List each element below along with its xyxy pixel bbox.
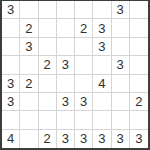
empty-cell-r1c4[interactable]	[57, 1, 75, 19]
clue-cell-r5c2: 2	[20, 75, 38, 93]
empty-cell-r8c2[interactable]	[20, 130, 38, 148]
clue-cell-r3c6: 3	[93, 38, 111, 56]
clue-cell-r4c4: 3	[57, 56, 75, 74]
empty-cell-r5c8[interactable]	[130, 75, 148, 93]
empty-cell-r4c5[interactable]	[75, 56, 93, 74]
clue-cell-r2c2: 2	[20, 19, 38, 37]
clue-cell-r6c5: 3	[75, 93, 93, 111]
empty-cell-r7c1[interactable]	[2, 111, 20, 129]
empty-cell-r2c8[interactable]	[130, 19, 148, 37]
clue-cell-r2c5: 2	[75, 19, 93, 37]
empty-cell-r7c3[interactable]	[39, 111, 57, 129]
empty-cell-r5c3[interactable]	[39, 75, 57, 93]
empty-cell-r3c8[interactable]	[130, 38, 148, 56]
empty-cell-r1c6[interactable]	[93, 1, 111, 19]
empty-cell-r6c7[interactable]	[112, 93, 130, 111]
empty-cell-r6c2[interactable]	[20, 93, 38, 111]
clue-cell-r3c2: 3	[20, 38, 38, 56]
clue-cell-r1c1: 3	[2, 1, 20, 19]
clue-cell-r6c1: 3	[2, 93, 20, 111]
empty-cell-r7c7[interactable]	[112, 111, 130, 129]
clue-cell-r6c8: 2	[130, 93, 148, 111]
empty-cell-r4c6[interactable]	[93, 56, 111, 74]
clue-cell-r1c7: 3	[112, 1, 130, 19]
clue-cell-r2c6: 3	[93, 19, 111, 37]
empty-cell-r1c3[interactable]	[39, 1, 57, 19]
empty-cell-r5c7[interactable]	[112, 75, 130, 93]
empty-cell-r2c3[interactable]	[39, 19, 57, 37]
clue-cell-r8c6: 3	[93, 130, 111, 148]
empty-cell-r7c6[interactable]	[93, 111, 111, 129]
empty-cell-r2c4[interactable]	[57, 19, 75, 37]
clue-cell-r4c7: 3	[112, 56, 130, 74]
empty-cell-r6c3[interactable]	[39, 93, 57, 111]
empty-cell-r2c7[interactable]	[112, 19, 130, 37]
clue-cell-r8c5: 3	[75, 130, 93, 148]
clue-cell-r6c4: 3	[57, 93, 75, 111]
empty-cell-r5c4[interactable]	[57, 75, 75, 93]
empty-cell-r7c5[interactable]	[75, 111, 93, 129]
clue-cell-r4c3: 2	[39, 56, 57, 74]
empty-cell-r7c4[interactable]	[57, 111, 75, 129]
empty-cell-r5c5[interactable]	[75, 75, 93, 93]
clue-cell-r8c4: 3	[57, 130, 75, 148]
puzzle-board: 332233323332433324233333	[0, 0, 150, 150]
empty-cell-r2c1[interactable]	[2, 19, 20, 37]
empty-cell-r3c5[interactable]	[75, 38, 93, 56]
empty-cell-r3c4[interactable]	[57, 38, 75, 56]
clue-cell-r8c1: 4	[2, 130, 20, 148]
clue-cell-r8c8: 3	[130, 130, 148, 148]
empty-cell-r1c8[interactable]	[130, 1, 148, 19]
empty-cell-r6c6[interactable]	[93, 93, 111, 111]
clue-cell-r5c1: 3	[2, 75, 20, 93]
clue-cell-r5c6: 4	[93, 75, 111, 93]
empty-cell-r4c2[interactable]	[20, 56, 38, 74]
clue-cell-r8c7: 3	[112, 130, 130, 148]
empty-cell-r4c8[interactable]	[130, 56, 148, 74]
empty-cell-r3c1[interactable]	[2, 38, 20, 56]
empty-cell-r3c3[interactable]	[39, 38, 57, 56]
empty-cell-r4c1[interactable]	[2, 56, 20, 74]
empty-cell-r1c5[interactable]	[75, 1, 93, 19]
empty-cell-r3c7[interactable]	[112, 38, 130, 56]
clue-cell-r8c3: 2	[39, 130, 57, 148]
empty-cell-r7c8[interactable]	[130, 111, 148, 129]
empty-cell-r1c2[interactable]	[20, 1, 38, 19]
empty-cell-r7c2[interactable]	[20, 111, 38, 129]
